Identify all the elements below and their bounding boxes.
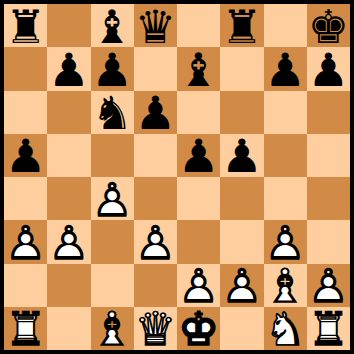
square-g4[interactable] [264,177,307,220]
square-d1[interactable]: ♛♕ [134,307,177,350]
square-a6[interactable] [4,91,47,134]
white-pawn: ♟♙ [4,220,47,263]
square-d6[interactable]: ♟ [134,91,177,134]
piece-fill-layer: ♜ [220,5,263,48]
white-king: ♚♔ [177,307,220,350]
square-f5[interactable]: ♟ [220,134,263,177]
square-d2[interactable] [134,264,177,307]
black-bishop: ♝ [177,47,220,90]
square-a1[interactable]: ♜♖ [4,307,47,350]
square-a4[interactable] [4,177,47,220]
square-d4[interactable] [134,177,177,220]
black-pawn: ♟ [307,47,350,90]
square-g7[interactable]: ♟ [264,47,307,90]
piece-outline-layer: ♙ [220,265,263,308]
square-c1[interactable]: ♝♗ [91,307,134,350]
white-bishop: ♝♗ [264,264,307,307]
piece-outline-layer: ♙ [47,221,90,264]
white-rook: ♜♖ [4,307,47,350]
white-pawn: ♟♙ [264,220,307,263]
white-pawn: ♟♙ [91,177,134,220]
square-g5[interactable] [264,134,307,177]
chess-board: ♜♝♛♜♚♟♟♝♟♟♞♟♟♟♟♟♙♟♙♟♙♟♙♟♙♟♙♟♙♝♗♟♙♜♖♝♗♛♕♚… [4,4,350,350]
piece-fill-layer: ♟ [264,48,307,91]
square-h4[interactable] [307,177,350,220]
white-pawn: ♟♙ [307,264,350,307]
square-c2[interactable] [91,264,134,307]
square-f3[interactable] [220,220,263,263]
piece-fill-layer: ♞ [91,92,134,135]
square-h6[interactable] [307,91,350,134]
square-a2[interactable] [4,264,47,307]
black-pawn: ♟ [177,134,220,177]
piece-outline-layer: ♙ [264,221,307,264]
black-queen: ♛ [134,4,177,47]
square-g2[interactable]: ♝♗ [264,264,307,307]
piece-fill-layer: ♟ [134,92,177,135]
white-rook: ♜♖ [307,307,350,350]
piece-fill-layer: ♟ [307,48,350,91]
square-c7[interactable]: ♟ [91,47,134,90]
square-c6[interactable]: ♞ [91,91,134,134]
square-a5[interactable]: ♟ [4,134,47,177]
piece-fill-layer: ♚ [307,5,350,48]
square-f4[interactable] [220,177,263,220]
piece-outline-layer: ♘ [264,308,307,351]
square-e3[interactable] [177,220,220,263]
black-king: ♚ [307,4,350,47]
piece-fill-layer: ♜ [4,5,47,48]
square-g3[interactable]: ♟♙ [264,220,307,263]
square-c8[interactable]: ♝ [91,4,134,47]
black-rook: ♜ [220,4,263,47]
black-rook: ♜ [4,4,47,47]
square-f2[interactable]: ♟♙ [220,264,263,307]
square-d8[interactable]: ♛ [134,4,177,47]
square-e2[interactable]: ♟♙ [177,264,220,307]
piece-outline-layer: ♖ [307,308,350,351]
square-a8[interactable]: ♜ [4,4,47,47]
piece-outline-layer: ♗ [264,265,307,308]
piece-outline-layer: ♗ [91,308,134,351]
black-pawn: ♟ [47,47,90,90]
black-pawn: ♟ [220,134,263,177]
black-bishop: ♝ [91,4,134,47]
square-c5[interactable] [91,134,134,177]
square-g1[interactable]: ♞♘ [264,307,307,350]
piece-outline-layer: ♖ [4,308,47,351]
piece-outline-layer: ♙ [177,265,220,308]
white-queen: ♛♕ [134,307,177,350]
square-e8[interactable] [177,4,220,47]
square-c3[interactable] [91,220,134,263]
piece-outline-layer: ♙ [91,178,134,221]
square-f8[interactable]: ♜ [220,4,263,47]
square-a3[interactable]: ♟♙ [4,220,47,263]
square-h5[interactable] [307,134,350,177]
square-g6[interactable] [264,91,307,134]
square-e1[interactable]: ♚♔ [177,307,220,350]
square-d3[interactable]: ♟♙ [134,220,177,263]
square-b7[interactable]: ♟ [47,47,90,90]
square-b1[interactable] [47,307,90,350]
square-b2[interactable] [47,264,90,307]
square-g8[interactable] [264,4,307,47]
piece-fill-layer: ♝ [91,5,134,48]
black-pawn: ♟ [264,47,307,90]
piece-fill-layer: ♟ [4,135,47,178]
square-h2[interactable]: ♟♙ [307,264,350,307]
square-a7[interactable] [4,47,47,90]
white-pawn: ♟♙ [177,264,220,307]
piece-fill-layer: ♟ [177,135,220,178]
piece-fill-layer: ♝ [177,48,220,91]
square-b5[interactable] [47,134,90,177]
square-f7[interactable] [220,47,263,90]
square-h8[interactable]: ♚ [307,4,350,47]
square-b8[interactable] [47,4,90,47]
square-b3[interactable]: ♟♙ [47,220,90,263]
white-pawn: ♟♙ [220,264,263,307]
square-e4[interactable] [177,177,220,220]
piece-outline-layer: ♔ [177,308,220,351]
square-h3[interactable] [307,220,350,263]
chess-board-frame: ♜♝♛♜♚♟♟♝♟♟♞♟♟♟♟♟♙♟♙♟♙♟♙♟♙♟♙♟♙♝♗♟♙♜♖♝♗♛♕♚… [0,0,354,354]
piece-fill-layer: ♟ [220,135,263,178]
piece-fill-layer: ♟ [91,48,134,91]
black-knight: ♞ [91,91,134,134]
square-b4[interactable] [47,177,90,220]
black-pawn: ♟ [91,47,134,90]
square-h7[interactable]: ♟ [307,47,350,90]
square-h1[interactable]: ♜♖ [307,307,350,350]
black-pawn: ♟ [4,134,47,177]
square-c4[interactable]: ♟♙ [91,177,134,220]
piece-fill-layer: ♛ [134,5,177,48]
white-knight: ♞♘ [264,307,307,350]
square-d5[interactable] [134,134,177,177]
piece-outline-layer: ♙ [307,265,350,308]
square-e5[interactable]: ♟ [177,134,220,177]
white-pawn: ♟♙ [134,220,177,263]
white-pawn: ♟♙ [47,220,90,263]
square-e7[interactable]: ♝ [177,47,220,90]
piece-fill-layer: ♟ [47,48,90,91]
square-f1[interactable] [220,307,263,350]
square-d7[interactable] [134,47,177,90]
piece-outline-layer: ♙ [4,221,47,264]
black-pawn: ♟ [134,91,177,134]
white-bishop: ♝♗ [91,307,134,350]
square-e6[interactable] [177,91,220,134]
square-b6[interactable] [47,91,90,134]
piece-outline-layer: ♕ [134,308,177,351]
square-f6[interactable] [220,91,263,134]
piece-outline-layer: ♙ [134,221,177,264]
